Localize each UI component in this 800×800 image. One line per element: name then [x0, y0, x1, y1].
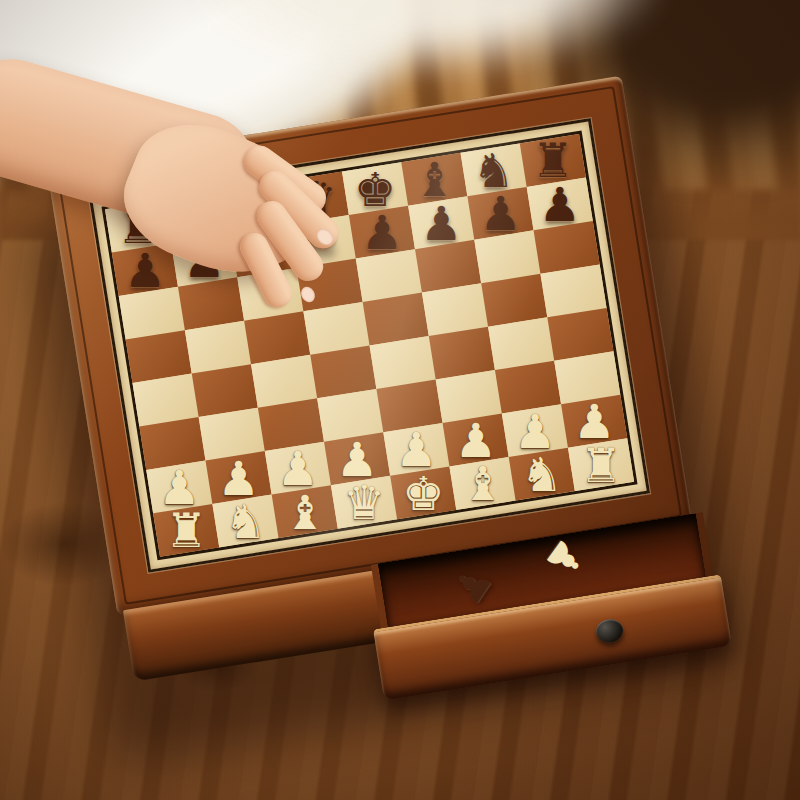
square-c1[interactable]: ♝: [272, 485, 338, 538]
piece-white-bishop-c1[interactable]: ♝: [284, 489, 326, 536]
square-b1[interactable]: ♞: [212, 495, 278, 548]
piece-black-pawn-h7[interactable]: ♟: [539, 181, 581, 228]
scene: Wooden chess set box with storage drawer…: [0, 0, 800, 800]
square-f1[interactable]: ♝: [449, 457, 515, 510]
piece-white-queen-d1[interactable]: ♛: [343, 479, 385, 526]
drawer-knob[interactable]: [595, 617, 625, 644]
piece-white-knight-b1[interactable]: ♞: [224, 498, 266, 545]
piece-black-pawn-a7[interactable]: ♟: [124, 247, 166, 294]
square-g1[interactable]: ♞: [509, 448, 575, 501]
drawer-piece-white-pawn[interactable]: ♟: [538, 532, 591, 585]
piece-white-king-e1[interactable]: ♚: [402, 470, 444, 517]
square-h1[interactable]: ♜: [568, 438, 634, 491]
piece-white-knight-g1[interactable]: ♞: [521, 451, 563, 498]
piece-white-rook-h1[interactable]: ♜: [580, 442, 622, 489]
piece-white-bishop-f1[interactable]: ♝: [462, 460, 504, 507]
piece-black-pawn-e7[interactable]: ♟: [361, 209, 403, 256]
square-e1[interactable]: ♚: [390, 466, 456, 519]
piece-white-rook-a1[interactable]: ♜: [165, 507, 207, 554]
drawer-piece-black-pawn[interactable]: ♟: [446, 559, 499, 611]
piece-black-pawn-f7[interactable]: ♟: [420, 200, 462, 247]
square-d1[interactable]: ♛: [331, 476, 397, 529]
person-sweater-blur: [190, 0, 660, 75]
piece-black-pawn-g7[interactable]: ♟: [479, 190, 521, 237]
square-a1[interactable]: ♜: [153, 504, 219, 557]
